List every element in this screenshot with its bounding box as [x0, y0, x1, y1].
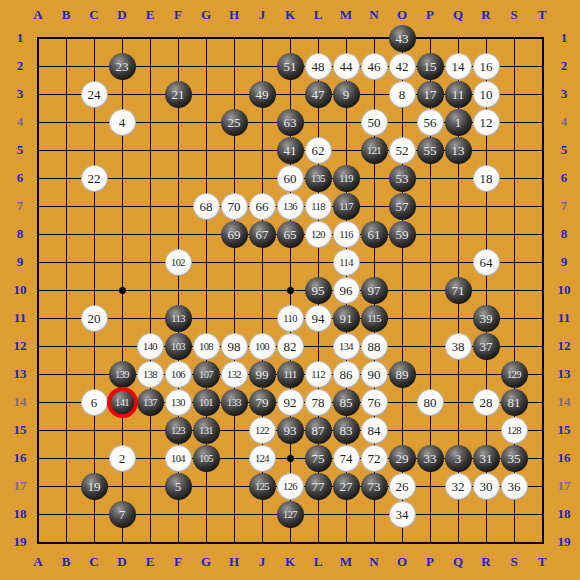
stone-white-100[interactable]: 100 [249, 333, 276, 360]
move-number: 61 [368, 228, 381, 241]
col-label-bottom-h: H [220, 554, 248, 570]
move-number: 43 [396, 32, 409, 45]
col-label-bottom-k: K [276, 554, 304, 570]
stone-white-120[interactable]: 120 [305, 221, 332, 248]
col-label-top-c: C [80, 7, 108, 23]
stone-white-64[interactable]: 64 [473, 249, 500, 276]
move-number: 124 [255, 452, 269, 465]
col-label-top-g: G [192, 7, 220, 23]
stone-white-10[interactable]: 10 [473, 81, 500, 108]
col-label-bottom-t: T [528, 554, 556, 570]
move-number: 47 [312, 88, 325, 101]
move-number: 44 [340, 60, 353, 73]
move-number: 108 [199, 340, 213, 353]
stone-black-81[interactable]: 81 [501, 389, 528, 416]
stone-white-114[interactable]: 114 [333, 249, 360, 276]
stone-black-79[interactable]: 79 [249, 389, 276, 416]
move-number: 52 [396, 144, 409, 157]
stone-white-122[interactable]: 122 [249, 417, 276, 444]
col-label-top-n: N [360, 7, 388, 23]
col-label-bottom-r: R [472, 554, 500, 570]
stone-black-101[interactable]: 101 [193, 389, 220, 416]
stone-white-78[interactable]: 78 [305, 389, 332, 416]
move-number: 59 [396, 228, 409, 241]
star-point-k16 [287, 455, 294, 462]
stone-black-103[interactable]: 103 [165, 333, 192, 360]
move-number: 122 [255, 424, 269, 437]
stone-black-133[interactable]: 133 [221, 389, 248, 416]
move-number: 118 [311, 200, 325, 213]
stone-black-47[interactable]: 47 [305, 81, 332, 108]
stone-black-25[interactable]: 25 [221, 109, 248, 136]
move-number: 107 [199, 368, 213, 381]
stone-white-128[interactable]: 128 [501, 417, 528, 444]
stone-black-7[interactable]: 7 [109, 501, 136, 528]
col-label-bottom-m: M [332, 554, 360, 570]
move-number: 31 [480, 452, 493, 465]
move-number: 116 [339, 228, 353, 241]
move-number: 74 [340, 452, 353, 465]
stone-white-16[interactable]: 16 [473, 53, 500, 80]
stone-black-131[interactable]: 131 [193, 417, 220, 444]
stone-black-95[interactable]: 95 [305, 277, 332, 304]
stone-black-141[interactable]: 141 [109, 389, 136, 416]
move-number: 111 [283, 368, 296, 381]
stone-black-61[interactable]: 61 [361, 221, 388, 248]
stone-white-52[interactable]: 52 [389, 137, 416, 164]
move-number: 97 [368, 284, 381, 297]
stone-white-2[interactable]: 2 [109, 445, 136, 472]
move-number: 71 [452, 284, 465, 297]
move-number: 18 [480, 172, 493, 185]
move-number: 46 [368, 60, 381, 73]
stone-white-32[interactable]: 32 [445, 473, 472, 500]
move-number: 34 [396, 508, 409, 521]
move-number: 6 [91, 396, 98, 409]
stone-black-97[interactable]: 97 [361, 277, 388, 304]
stone-black-55[interactable]: 55 [417, 137, 444, 164]
move-number: 112 [311, 368, 325, 381]
move-number: 62 [312, 144, 325, 157]
stone-white-134[interactable]: 134 [333, 333, 360, 360]
stone-white-108[interactable]: 108 [193, 333, 220, 360]
move-number: 82 [284, 340, 297, 353]
move-number: 13 [452, 144, 465, 157]
move-number: 67 [256, 228, 269, 241]
stone-white-28[interactable]: 28 [473, 389, 500, 416]
stone-black-43[interactable]: 43 [389, 25, 416, 52]
stone-white-56[interactable]: 56 [417, 109, 444, 136]
move-number: 29 [396, 452, 409, 465]
stone-white-132[interactable]: 132 [221, 361, 248, 388]
move-number: 21 [172, 88, 185, 101]
move-number: 128 [507, 424, 521, 437]
stone-black-119[interactable]: 119 [333, 165, 360, 192]
move-number: 88 [368, 340, 381, 353]
move-number: 115 [367, 312, 381, 325]
move-number: 11 [452, 88, 465, 101]
move-number: 98 [228, 340, 241, 353]
move-number: 120 [311, 228, 325, 241]
stone-black-91[interactable]: 91 [333, 305, 360, 332]
move-number: 49 [256, 88, 269, 101]
stone-black-121[interactable]: 121 [361, 137, 388, 164]
move-number: 39 [480, 312, 493, 325]
move-number: 25 [228, 116, 241, 129]
stone-black-23[interactable]: 23 [109, 53, 136, 80]
move-number: 141 [115, 396, 129, 409]
col-label-top-l: L [304, 7, 332, 23]
stone-black-19[interactable]: 19 [81, 473, 108, 500]
stone-black-71[interactable]: 71 [445, 277, 472, 304]
col-label-bottom-g: G [192, 554, 220, 570]
move-number: 35 [508, 452, 521, 465]
move-number: 12 [480, 116, 493, 129]
stone-white-102[interactable]: 102 [165, 249, 192, 276]
move-number: 92 [284, 396, 297, 409]
move-number: 133 [227, 396, 241, 409]
move-number: 126 [283, 480, 297, 493]
move-number: 131 [199, 424, 213, 437]
stone-black-77[interactable]: 77 [305, 473, 332, 500]
col-label-bottom-f: F [164, 554, 192, 570]
stone-black-107[interactable]: 107 [193, 361, 220, 388]
stone-white-82[interactable]: 82 [277, 333, 304, 360]
stone-white-22[interactable]: 22 [81, 165, 108, 192]
move-number: 103 [171, 340, 185, 353]
stone-white-6[interactable]: 6 [81, 389, 108, 416]
stone-white-124[interactable]: 124 [249, 445, 276, 472]
stone-black-111[interactable]: 111 [277, 361, 304, 388]
stone-white-138[interactable]: 138 [137, 361, 164, 388]
stone-black-39[interactable]: 39 [473, 305, 500, 332]
move-number: 139 [115, 368, 129, 381]
move-number: 127 [283, 508, 297, 521]
move-number: 140 [143, 340, 157, 353]
stone-black-87[interactable]: 87 [305, 417, 332, 444]
stone-white-136[interactable]: 136 [277, 193, 304, 220]
stone-white-96[interactable]: 96 [333, 277, 360, 304]
stone-white-92[interactable]: 92 [277, 389, 304, 416]
stone-black-93[interactable]: 93 [277, 417, 304, 444]
col-label-top-r: R [472, 7, 500, 23]
stone-black-17[interactable]: 17 [417, 81, 444, 108]
stone-white-88[interactable]: 88 [361, 333, 388, 360]
stone-black-69[interactable]: 69 [221, 221, 248, 248]
move-number: 14 [452, 60, 465, 73]
col-label-bottom-e: E [136, 554, 164, 570]
move-number: 130 [171, 396, 185, 409]
move-number: 78 [312, 396, 325, 409]
go-board-grid[interactable]: 1234567891011121314151617181920212223242… [24, 24, 556, 556]
move-number: 137 [143, 396, 157, 409]
move-number: 73 [368, 480, 381, 493]
move-number: 113 [171, 312, 185, 325]
stone-white-74[interactable]: 74 [333, 445, 360, 472]
col-label-top-o: O [388, 7, 416, 23]
col-label-bottom-d: D [108, 554, 136, 570]
stone-black-1[interactable]: 1 [445, 109, 472, 136]
move-number: 87 [312, 424, 325, 437]
stone-black-29[interactable]: 29 [389, 445, 416, 472]
stone-black-129[interactable]: 129 [501, 361, 528, 388]
stone-black-49[interactable]: 49 [249, 81, 276, 108]
col-label-bottom-q: Q [444, 554, 472, 570]
move-number: 114 [339, 256, 353, 269]
move-number: 36 [508, 480, 521, 493]
col-label-top-f: F [164, 7, 192, 23]
stone-black-41[interactable]: 41 [277, 137, 304, 164]
stone-black-11[interactable]: 11 [445, 81, 472, 108]
col-label-bottom-s: S [500, 554, 528, 570]
stone-white-38[interactable]: 38 [445, 333, 472, 360]
move-number: 5 [175, 480, 182, 493]
stone-white-70[interactable]: 70 [221, 193, 248, 220]
stone-black-65[interactable]: 65 [277, 221, 304, 248]
stone-white-80[interactable]: 80 [417, 389, 444, 416]
stone-white-104[interactable]: 104 [165, 445, 192, 472]
stone-white-94[interactable]: 94 [305, 305, 332, 332]
stone-black-85[interactable]: 85 [333, 389, 360, 416]
move-number: 48 [312, 60, 325, 73]
move-number: 106 [171, 368, 185, 381]
stone-white-68[interactable]: 68 [193, 193, 220, 220]
move-number: 84 [368, 424, 381, 437]
stone-white-126[interactable]: 126 [277, 473, 304, 500]
stone-black-123[interactable]: 123 [165, 417, 192, 444]
stone-black-13[interactable]: 13 [445, 137, 472, 164]
col-label-bottom-j: J [248, 554, 276, 570]
move-number: 26 [396, 480, 409, 493]
col-label-top-b: B [52, 7, 80, 23]
stone-white-140[interactable]: 140 [137, 333, 164, 360]
move-number: 129 [507, 368, 521, 381]
move-number: 24 [88, 88, 101, 101]
move-number: 134 [339, 340, 353, 353]
move-number: 27 [340, 480, 353, 493]
stone-black-31[interactable]: 31 [473, 445, 500, 472]
move-number: 42 [396, 60, 409, 73]
move-number: 80 [424, 396, 437, 409]
stone-white-112[interactable]: 112 [305, 361, 332, 388]
col-label-top-e: E [136, 7, 164, 23]
stone-white-62[interactable]: 62 [305, 137, 332, 164]
move-number: 121 [367, 144, 381, 157]
move-number: 104 [171, 452, 185, 465]
col-label-bottom-a: A [24, 554, 52, 570]
stone-white-20[interactable]: 20 [81, 305, 108, 332]
stone-white-106[interactable]: 106 [165, 361, 192, 388]
move-number: 68 [200, 200, 213, 213]
move-number: 100 [255, 340, 269, 353]
stone-black-27[interactable]: 27 [333, 473, 360, 500]
move-number: 69 [228, 228, 241, 241]
move-number: 96 [340, 284, 353, 297]
stone-black-3[interactable]: 3 [445, 445, 472, 472]
col-label-top-q: Q [444, 7, 472, 23]
stone-black-117[interactable]: 117 [333, 193, 360, 220]
stone-white-76[interactable]: 76 [361, 389, 388, 416]
move-number: 105 [199, 452, 213, 465]
stone-white-12[interactable]: 12 [473, 109, 500, 136]
move-number: 93 [284, 424, 297, 437]
col-label-bottom-b: B [52, 554, 80, 570]
col-label-top-j: J [248, 7, 276, 23]
stone-white-42[interactable]: 42 [389, 53, 416, 80]
move-number: 64 [480, 256, 493, 269]
col-label-top-t: T [528, 7, 556, 23]
move-number: 15 [424, 60, 437, 73]
stone-white-26[interactable]: 26 [389, 473, 416, 500]
move-number: 50 [368, 116, 381, 129]
move-number: 33 [424, 452, 437, 465]
stone-white-30[interactable]: 30 [473, 473, 500, 500]
stone-white-60[interactable]: 60 [277, 165, 304, 192]
move-number: 9 [343, 88, 350, 101]
stone-black-9[interactable]: 9 [333, 81, 360, 108]
stone-white-118[interactable]: 118 [305, 193, 332, 220]
stone-white-14[interactable]: 14 [445, 53, 472, 80]
move-number: 83 [340, 424, 353, 437]
stone-black-135[interactable]: 135 [305, 165, 332, 192]
stone-white-50[interactable]: 50 [361, 109, 388, 136]
move-number: 28 [480, 396, 493, 409]
stone-white-116[interactable]: 116 [333, 221, 360, 248]
move-number: 3 [455, 452, 462, 465]
stone-white-110[interactable]: 110 [277, 305, 304, 332]
star-point-d10 [119, 287, 126, 294]
stone-white-24[interactable]: 24 [81, 81, 108, 108]
col-label-bottom-o: O [388, 554, 416, 570]
col-label-top-a: A [24, 7, 52, 23]
move-number: 81 [508, 396, 521, 409]
stone-black-59[interactable]: 59 [389, 221, 416, 248]
move-number: 110 [283, 312, 297, 325]
stone-black-113[interactable]: 113 [165, 305, 192, 332]
col-label-bottom-n: N [360, 554, 388, 570]
col-label-top-p: P [416, 7, 444, 23]
col-label-top-s: S [500, 7, 528, 23]
stone-white-8[interactable]: 8 [389, 81, 416, 108]
col-label-bottom-c: C [80, 554, 108, 570]
stone-black-63[interactable]: 63 [277, 109, 304, 136]
stone-black-67[interactable]: 67 [249, 221, 276, 248]
stone-black-83[interactable]: 83 [333, 417, 360, 444]
move-number: 51 [284, 60, 297, 73]
move-number: 119 [339, 172, 353, 185]
move-number: 135 [311, 172, 325, 185]
move-number: 132 [227, 368, 241, 381]
stone-black-139[interactable]: 139 [109, 361, 136, 388]
stone-black-105[interactable]: 105 [193, 445, 220, 472]
move-number: 60 [284, 172, 297, 185]
move-number: 117 [339, 200, 353, 213]
move-number: 2 [119, 452, 126, 465]
stone-white-72[interactable]: 72 [361, 445, 388, 472]
col-label-top-m: M [332, 7, 360, 23]
star-point-k10 [287, 287, 294, 294]
stone-black-53[interactable]: 53 [389, 165, 416, 192]
move-number: 77 [312, 480, 325, 493]
stone-black-57[interactable]: 57 [389, 193, 416, 220]
move-number: 72 [368, 452, 381, 465]
stone-black-51[interactable]: 51 [277, 53, 304, 80]
stone-black-99[interactable]: 99 [249, 361, 276, 388]
move-number: 86 [340, 368, 353, 381]
stone-black-35[interactable]: 35 [501, 445, 528, 472]
stone-white-46[interactable]: 46 [361, 53, 388, 80]
stone-black-89[interactable]: 89 [389, 361, 416, 388]
stone-black-115[interactable]: 115 [361, 305, 388, 332]
col-label-top-k: K [276, 7, 304, 23]
stone-white-4[interactable]: 4 [109, 109, 136, 136]
move-number: 90 [368, 368, 381, 381]
stone-black-75[interactable]: 75 [305, 445, 332, 472]
stone-white-130[interactable]: 130 [165, 389, 192, 416]
stone-black-21[interactable]: 21 [165, 81, 192, 108]
stone-white-34[interactable]: 34 [389, 501, 416, 528]
stone-black-37[interactable]: 37 [473, 333, 500, 360]
stone-black-15[interactable]: 15 [417, 53, 444, 80]
stone-white-84[interactable]: 84 [361, 417, 388, 444]
move-number: 8 [399, 88, 406, 101]
move-number: 63 [284, 116, 297, 129]
move-number: 136 [283, 200, 297, 213]
stone-black-137[interactable]: 137 [137, 389, 164, 416]
move-number: 123 [171, 424, 185, 437]
stone-black-33[interactable]: 33 [417, 445, 444, 472]
move-number: 95 [312, 284, 325, 297]
stone-black-127[interactable]: 127 [277, 501, 304, 528]
stone-black-5[interactable]: 5 [165, 473, 192, 500]
move-number: 66 [256, 200, 269, 213]
stone-black-125[interactable]: 125 [249, 473, 276, 500]
stone-white-36[interactable]: 36 [501, 473, 528, 500]
move-number: 38 [452, 340, 465, 353]
move-number: 56 [424, 116, 437, 129]
stone-white-98[interactable]: 98 [221, 333, 248, 360]
go-board[interactable]: AABBCCDDEEFFGGHHJJKKLLMMNNOOPPQQRRSSTT11… [0, 0, 580, 580]
stone-white-86[interactable]: 86 [333, 361, 360, 388]
move-number: 41 [284, 144, 297, 157]
col-label-top-h: H [220, 7, 248, 23]
move-number: 75 [312, 452, 325, 465]
move-number: 102 [171, 256, 185, 269]
move-number: 37 [480, 340, 493, 353]
move-number: 89 [396, 368, 409, 381]
move-number: 23 [116, 60, 129, 73]
col-label-bottom-p: P [416, 554, 444, 570]
move-number: 99 [256, 368, 269, 381]
stone-white-48[interactable]: 48 [305, 53, 332, 80]
move-number: 1 [455, 116, 462, 129]
stone-white-66[interactable]: 66 [249, 193, 276, 220]
stone-white-44[interactable]: 44 [333, 53, 360, 80]
stone-white-18[interactable]: 18 [473, 165, 500, 192]
move-number: 76 [368, 396, 381, 409]
move-number: 85 [340, 396, 353, 409]
move-number: 32 [452, 480, 465, 493]
move-number: 20 [88, 312, 101, 325]
move-number: 55 [424, 144, 437, 157]
move-number: 70 [228, 200, 241, 213]
move-number: 16 [480, 60, 493, 73]
stone-black-73[interactable]: 73 [361, 473, 388, 500]
move-number: 65 [284, 228, 297, 241]
move-number: 125 [255, 480, 269, 493]
stone-white-90[interactable]: 90 [361, 361, 388, 388]
move-number: 101 [199, 396, 213, 409]
